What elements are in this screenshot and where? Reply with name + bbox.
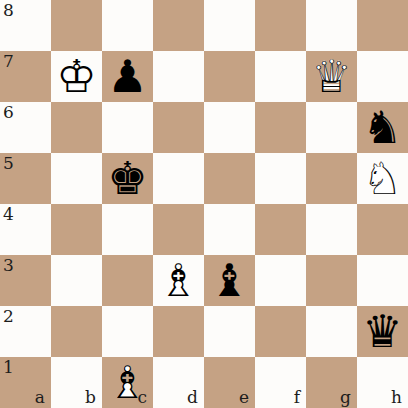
square-f7[interactable] <box>255 51 306 102</box>
square-b7[interactable]: ♚♔ <box>51 51 102 102</box>
black-pawn[interactable]: ♟ <box>102 51 153 102</box>
square-b1[interactable] <box>51 357 102 408</box>
white-bishop[interactable]: ♝♗ <box>153 255 204 306</box>
black-queen[interactable]: ♛ <box>357 306 408 357</box>
square-c8[interactable] <box>102 0 153 51</box>
square-e8[interactable] <box>204 0 255 51</box>
square-h5[interactable]: ♞♘ <box>357 153 408 204</box>
white-knight[interactable]: ♞♘ <box>357 153 408 204</box>
square-h8[interactable] <box>357 0 408 51</box>
white-king[interactable]: ♚♔ <box>51 51 102 102</box>
square-b8[interactable] <box>51 0 102 51</box>
square-g3[interactable] <box>306 255 357 306</box>
black-knight-icon: ♞ <box>357 102 408 153</box>
square-h1[interactable] <box>357 357 408 408</box>
square-g6[interactable] <box>306 102 357 153</box>
square-b6[interactable] <box>51 102 102 153</box>
square-a4[interactable] <box>0 204 51 255</box>
square-c5[interactable]: ♚ <box>102 153 153 204</box>
square-c2[interactable] <box>102 306 153 357</box>
square-d4[interactable] <box>153 204 204 255</box>
square-h6[interactable]: ♞ <box>357 102 408 153</box>
square-c1[interactable]: ♝♗ <box>102 357 153 408</box>
square-e2[interactable] <box>204 306 255 357</box>
square-d7[interactable] <box>153 51 204 102</box>
black-king-icon: ♚ <box>102 153 153 204</box>
square-a5[interactable] <box>0 153 51 204</box>
black-queen-icon: ♛ <box>357 306 408 357</box>
square-h2[interactable]: ♛ <box>357 306 408 357</box>
square-d6[interactable] <box>153 102 204 153</box>
white-queen[interactable]: ♛♕ <box>306 51 357 102</box>
square-a1[interactable] <box>0 357 51 408</box>
square-b3[interactable] <box>51 255 102 306</box>
square-f1[interactable] <box>255 357 306 408</box>
square-g2[interactable] <box>306 306 357 357</box>
black-bishop[interactable]: ♝ <box>204 255 255 306</box>
white-bishop[interactable]: ♝♗ <box>102 357 153 408</box>
board-squares: ♚♔♟♛♕♞♚♞♘♝♗♝♛♝♗ <box>0 0 408 408</box>
square-a8[interactable] <box>0 0 51 51</box>
square-f6[interactable] <box>255 102 306 153</box>
square-h7[interactable] <box>357 51 408 102</box>
square-b5[interactable] <box>51 153 102 204</box>
square-d2[interactable] <box>153 306 204 357</box>
square-h3[interactable] <box>357 255 408 306</box>
square-g5[interactable] <box>306 153 357 204</box>
square-a3[interactable] <box>0 255 51 306</box>
square-f4[interactable] <box>255 204 306 255</box>
square-e3[interactable]: ♝ <box>204 255 255 306</box>
chess-board: ♚♔♟♛♕♞♚♞♘♝♗♝♛♝♗ 12345678abcdefgh <box>0 0 408 408</box>
square-d8[interactable] <box>153 0 204 51</box>
black-knight[interactable]: ♞ <box>357 102 408 153</box>
square-e6[interactable] <box>204 102 255 153</box>
square-a7[interactable] <box>0 51 51 102</box>
square-b4[interactable] <box>51 204 102 255</box>
white-knight-icon: ♘ <box>357 153 408 204</box>
white-bishop-icon: ♗ <box>102 357 153 408</box>
black-bishop-icon: ♝ <box>204 255 255 306</box>
square-d5[interactable] <box>153 153 204 204</box>
square-g4[interactable] <box>306 204 357 255</box>
square-c7[interactable]: ♟ <box>102 51 153 102</box>
square-g7[interactable]: ♛♕ <box>306 51 357 102</box>
white-queen-icon: ♕ <box>306 51 357 102</box>
white-bishop-icon: ♗ <box>153 255 204 306</box>
square-g1[interactable] <box>306 357 357 408</box>
square-c3[interactable] <box>102 255 153 306</box>
square-a6[interactable] <box>0 102 51 153</box>
square-e7[interactable] <box>204 51 255 102</box>
square-e1[interactable] <box>204 357 255 408</box>
square-a2[interactable] <box>0 306 51 357</box>
square-c4[interactable] <box>102 204 153 255</box>
square-d1[interactable] <box>153 357 204 408</box>
square-h4[interactable] <box>357 204 408 255</box>
square-c6[interactable] <box>102 102 153 153</box>
black-pawn-icon: ♟ <box>102 51 153 102</box>
square-f5[interactable] <box>255 153 306 204</box>
square-f8[interactable] <box>255 0 306 51</box>
square-e5[interactable] <box>204 153 255 204</box>
white-king-icon: ♔ <box>51 51 102 102</box>
square-f2[interactable] <box>255 306 306 357</box>
square-e4[interactable] <box>204 204 255 255</box>
square-f3[interactable] <box>255 255 306 306</box>
square-d3[interactable]: ♝♗ <box>153 255 204 306</box>
square-g8[interactable] <box>306 0 357 51</box>
square-b2[interactable] <box>51 306 102 357</box>
black-king[interactable]: ♚ <box>102 153 153 204</box>
